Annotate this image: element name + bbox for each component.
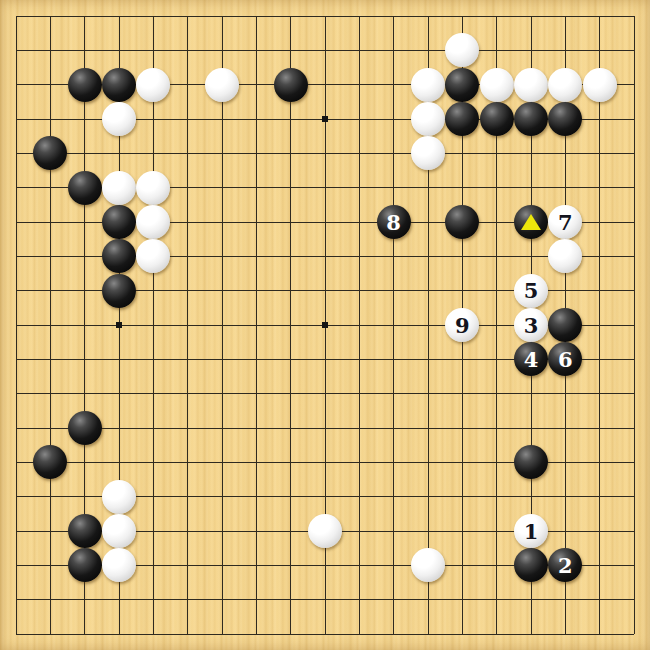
stone-black	[68, 514, 102, 548]
stone-black	[102, 239, 136, 273]
stone-black	[548, 308, 582, 342]
stones-layer: 875934612	[0, 0, 650, 650]
stone-white	[411, 548, 445, 582]
stone-white	[136, 205, 170, 239]
stone-black	[514, 205, 548, 239]
move-number: 8	[377, 205, 411, 239]
stone-white	[548, 239, 582, 273]
stone-white	[136, 68, 170, 102]
stone-black	[102, 205, 136, 239]
stone-white	[102, 514, 136, 548]
stone-black	[102, 274, 136, 308]
stone-black	[445, 205, 479, 239]
stone-white	[411, 102, 445, 136]
stone-black	[68, 171, 102, 205]
stone-black: 4	[514, 342, 548, 376]
triangle-marker	[521, 214, 541, 230]
move-number: 3	[514, 308, 548, 342]
stone-white: 5	[514, 274, 548, 308]
stone-white	[445, 33, 479, 67]
stone-black	[68, 411, 102, 445]
move-number: 6	[548, 342, 582, 376]
stone-black	[445, 68, 479, 102]
stone-black	[445, 102, 479, 136]
stone-black	[514, 445, 548, 479]
move-number: 7	[548, 205, 582, 239]
stone-white	[514, 68, 548, 102]
stone-white	[308, 514, 342, 548]
stone-black	[514, 548, 548, 582]
stone-black: 6	[548, 342, 582, 376]
stone-black	[548, 102, 582, 136]
stone-black	[68, 548, 102, 582]
stone-white	[102, 480, 136, 514]
stone-black	[480, 102, 514, 136]
move-number: 4	[514, 342, 548, 376]
stone-white	[136, 171, 170, 205]
stone-black	[68, 68, 102, 102]
go-board[interactable]: 875934612	[0, 0, 650, 650]
move-number: 5	[514, 274, 548, 308]
move-number: 2	[548, 548, 582, 582]
stone-white	[136, 239, 170, 273]
stone-white: 9	[445, 308, 479, 342]
stone-white	[102, 548, 136, 582]
stone-white	[205, 68, 239, 102]
stone-black	[514, 102, 548, 136]
stone-white	[411, 68, 445, 102]
stone-black: 8	[377, 205, 411, 239]
stone-white	[548, 68, 582, 102]
stone-black: 2	[548, 548, 582, 582]
move-number: 1	[514, 514, 548, 548]
stone-white	[102, 171, 136, 205]
stone-black	[33, 136, 67, 170]
stone-black	[33, 445, 67, 479]
stone-white	[583, 68, 617, 102]
stone-white	[102, 102, 136, 136]
stone-black	[102, 68, 136, 102]
stone-white: 1	[514, 514, 548, 548]
stone-white	[411, 136, 445, 170]
move-number: 9	[445, 308, 479, 342]
stone-black	[274, 68, 308, 102]
stone-white: 7	[548, 205, 582, 239]
stone-white	[480, 68, 514, 102]
stone-white: 3	[514, 308, 548, 342]
